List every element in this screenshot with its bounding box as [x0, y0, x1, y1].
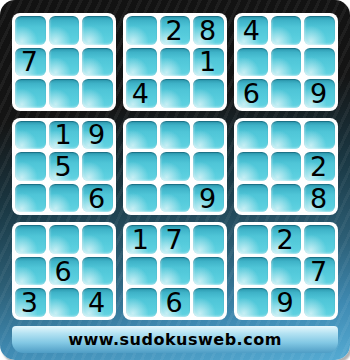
box-2-2: 9 [123, 118, 227, 216]
cell-r6c4[interactable] [126, 184, 157, 213]
cell-r9c4[interactable] [126, 288, 157, 317]
cell-r3c7: 6 [237, 79, 268, 108]
cell-r6c1[interactable] [15, 184, 46, 213]
cell-r9c9[interactable] [304, 288, 335, 317]
cell-r7c4: 1 [126, 225, 157, 254]
box-2-3: 28 [234, 118, 338, 216]
cell-r3c4: 4 [126, 79, 157, 108]
sudoku-board: 728144691956928634176279 www.sudokusweb.… [0, 0, 350, 360]
cell-r5c1[interactable] [15, 152, 46, 181]
cell-r6c7[interactable] [237, 184, 268, 213]
cell-r5c5[interactable] [160, 152, 191, 181]
cell-r3c8[interactable] [271, 79, 302, 108]
cell-r1c1[interactable] [15, 16, 46, 45]
box-3-2: 176 [123, 222, 227, 320]
cell-r2c4[interactable] [126, 48, 157, 77]
cell-r1c3[interactable] [82, 16, 113, 45]
cell-r9c2[interactable] [49, 288, 80, 317]
cell-r9c8: 9 [271, 288, 302, 317]
box-1-2: 2814 [123, 13, 227, 111]
cell-r4c6[interactable] [193, 121, 224, 150]
cell-r3c5[interactable] [160, 79, 191, 108]
cell-r9c1: 3 [15, 288, 46, 317]
cell-r1c5: 2 [160, 16, 191, 45]
cell-r3c6[interactable] [193, 79, 224, 108]
cell-r8c3[interactable] [82, 257, 113, 286]
cell-r5c3[interactable] [82, 152, 113, 181]
cell-r4c2: 1 [49, 121, 80, 150]
cell-r6c8[interactable] [271, 184, 302, 213]
cell-r8c6[interactable] [193, 257, 224, 286]
cell-r4c8[interactable] [271, 121, 302, 150]
cell-r5c8[interactable] [271, 152, 302, 181]
cell-r8c7[interactable] [237, 257, 268, 286]
cell-r1c4[interactable] [126, 16, 157, 45]
cell-r7c5: 7 [160, 225, 191, 254]
cell-r4c7[interactable] [237, 121, 268, 150]
cell-r5c9: 2 [304, 152, 335, 181]
cell-r7c6[interactable] [193, 225, 224, 254]
cell-r6c6: 9 [193, 184, 224, 213]
box-3-1: 634 [12, 222, 116, 320]
box-1-3: 469 [234, 13, 338, 111]
cell-r2c8[interactable] [271, 48, 302, 77]
cell-r1c9[interactable] [304, 16, 335, 45]
footer-bar: www.sudokusweb.com [12, 326, 338, 353]
cell-r8c8[interactable] [271, 257, 302, 286]
cell-r4c4[interactable] [126, 121, 157, 150]
cell-r5c6[interactable] [193, 152, 224, 181]
cell-r3c2[interactable] [49, 79, 80, 108]
cell-r4c5[interactable] [160, 121, 191, 150]
cell-r2c1: 7 [15, 48, 46, 77]
cell-r1c2[interactable] [49, 16, 80, 45]
cell-r4c3: 9 [82, 121, 113, 150]
cell-r7c1[interactable] [15, 225, 46, 254]
cell-r7c8: 2 [271, 225, 302, 254]
cell-r1c8[interactable] [271, 16, 302, 45]
cell-r6c9: 8 [304, 184, 335, 213]
cell-r9c5: 6 [160, 288, 191, 317]
box-1-1: 7 [12, 13, 116, 111]
cell-r6c5[interactable] [160, 184, 191, 213]
cell-r5c7[interactable] [237, 152, 268, 181]
cell-r2c5[interactable] [160, 48, 191, 77]
site-label: www.sudokusweb.com [68, 330, 282, 349]
cell-r8c9: 7 [304, 257, 335, 286]
cell-r2c3[interactable] [82, 48, 113, 77]
cell-r2c9[interactable] [304, 48, 335, 77]
cell-r6c2[interactable] [49, 184, 80, 213]
cell-r2c6: 1 [193, 48, 224, 77]
cell-r8c4[interactable] [126, 257, 157, 286]
cell-r9c3: 4 [82, 288, 113, 317]
box-2-1: 1956 [12, 118, 116, 216]
cell-r2c2[interactable] [49, 48, 80, 77]
cell-r2c7[interactable] [237, 48, 268, 77]
cell-r3c9: 9 [304, 79, 335, 108]
cell-r9c7[interactable] [237, 288, 268, 317]
cell-r5c2: 5 [49, 152, 80, 181]
cell-r1c7: 4 [237, 16, 268, 45]
cell-r7c3[interactable] [82, 225, 113, 254]
sudoku-grid: 728144691956928634176279 [12, 13, 338, 320]
cell-r5c4[interactable] [126, 152, 157, 181]
cell-r8c1[interactable] [15, 257, 46, 286]
cell-r9c6[interactable] [193, 288, 224, 317]
box-3-3: 279 [234, 222, 338, 320]
cell-r3c1[interactable] [15, 79, 46, 108]
cell-r4c1[interactable] [15, 121, 46, 150]
cell-r8c5[interactable] [160, 257, 191, 286]
cell-r7c9[interactable] [304, 225, 335, 254]
cell-r7c2[interactable] [49, 225, 80, 254]
cell-r1c6: 8 [193, 16, 224, 45]
cell-r4c9[interactable] [304, 121, 335, 150]
cell-r7c7[interactable] [237, 225, 268, 254]
cell-r8c2: 6 [49, 257, 80, 286]
cell-r6c3: 6 [82, 184, 113, 213]
cell-r3c3[interactable] [82, 79, 113, 108]
